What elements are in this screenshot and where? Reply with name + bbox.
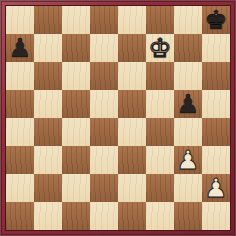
square-c4[interactable] (62, 118, 90, 146)
square-g6[interactable] (174, 62, 202, 90)
square-b8[interactable] (34, 6, 62, 34)
piece-black-king-h8[interactable]: ♚ (202, 6, 230, 34)
square-e6[interactable] (118, 62, 146, 90)
square-d3[interactable] (90, 146, 118, 174)
square-c7[interactable] (62, 34, 90, 62)
square-c3[interactable] (62, 146, 90, 174)
square-e7[interactable] (118, 34, 146, 62)
piece-black-pawn-g5[interactable]: ♟ (174, 90, 202, 118)
square-e3[interactable] (118, 146, 146, 174)
square-h6[interactable] (202, 62, 230, 90)
square-e4[interactable] (118, 118, 146, 146)
square-b5[interactable] (34, 90, 62, 118)
square-e1[interactable] (118, 202, 146, 230)
square-c6[interactable] (62, 62, 90, 90)
square-a5[interactable] (6, 90, 34, 118)
square-c2[interactable] (62, 174, 90, 202)
square-d4[interactable] (90, 118, 118, 146)
square-f5[interactable] (146, 90, 174, 118)
square-b2[interactable] (34, 174, 62, 202)
square-h3[interactable] (202, 146, 230, 174)
square-g8[interactable] (174, 6, 202, 34)
chess-board: ♚♟♚♟♟♟ (6, 6, 230, 230)
square-a8[interactable] (6, 6, 34, 34)
square-h7[interactable] (202, 34, 230, 62)
square-b7[interactable] (34, 34, 62, 62)
square-g1[interactable] (174, 202, 202, 230)
square-h4[interactable] (202, 118, 230, 146)
square-g5[interactable]: ♟ (174, 90, 202, 118)
square-e2[interactable] (118, 174, 146, 202)
square-f8[interactable] (146, 6, 174, 34)
square-b3[interactable] (34, 146, 62, 174)
piece-black-pawn-a7[interactable]: ♟ (6, 34, 34, 62)
square-h1[interactable] (202, 202, 230, 230)
piece-white-king-f7[interactable]: ♚ (146, 34, 174, 62)
square-f6[interactable] (146, 62, 174, 90)
square-a1[interactable] (6, 202, 34, 230)
square-b6[interactable] (34, 62, 62, 90)
square-d5[interactable] (90, 90, 118, 118)
square-g3[interactable]: ♟ (174, 146, 202, 174)
square-a4[interactable] (6, 118, 34, 146)
square-c5[interactable] (62, 90, 90, 118)
square-f3[interactable] (146, 146, 174, 174)
square-d6[interactable] (90, 62, 118, 90)
square-d2[interactable] (90, 174, 118, 202)
square-h2[interactable]: ♟ (202, 174, 230, 202)
board-frame: ♚♟♚♟♟♟ (0, 0, 236, 236)
square-a3[interactable] (6, 146, 34, 174)
square-f4[interactable] (146, 118, 174, 146)
square-a6[interactable] (6, 62, 34, 90)
square-e5[interactable] (118, 90, 146, 118)
square-h5[interactable] (202, 90, 230, 118)
square-b4[interactable] (34, 118, 62, 146)
square-g7[interactable] (174, 34, 202, 62)
piece-white-pawn-g3[interactable]: ♟ (174, 146, 202, 174)
square-d7[interactable] (90, 34, 118, 62)
square-f2[interactable] (146, 174, 174, 202)
square-h8[interactable]: ♚ (202, 6, 230, 34)
square-e8[interactable] (118, 6, 146, 34)
piece-white-pawn-h2[interactable]: ♟ (202, 174, 230, 202)
square-c8[interactable] (62, 6, 90, 34)
square-b1[interactable] (34, 202, 62, 230)
square-d1[interactable] (90, 202, 118, 230)
square-f1[interactable] (146, 202, 174, 230)
square-a2[interactable] (6, 174, 34, 202)
square-a7[interactable]: ♟ (6, 34, 34, 62)
square-c1[interactable] (62, 202, 90, 230)
square-f7[interactable]: ♚ (146, 34, 174, 62)
square-g2[interactable] (174, 174, 202, 202)
square-d8[interactable] (90, 6, 118, 34)
square-g4[interactable] (174, 118, 202, 146)
